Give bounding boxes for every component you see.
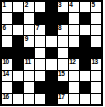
crossword-cell[interactable]	[35, 71, 45, 81]
crossword-cell[interactable]	[69, 94, 79, 104]
crossword-cell[interactable]: 6	[2, 25, 12, 35]
blocked-cell	[91, 48, 101, 58]
cell-number: 5	[91, 2, 94, 9]
crossword-cell[interactable]	[13, 71, 23, 81]
blocked-cell	[58, 13, 68, 23]
blocked-cell	[46, 48, 56, 58]
crossword-cell[interactable]	[35, 2, 45, 12]
crossword-cell[interactable]	[35, 36, 45, 46]
crossword-cell[interactable]	[2, 13, 12, 23]
crossword-cell[interactable]	[69, 71, 79, 81]
blocked-cell	[69, 48, 79, 58]
crossword-cell[interactable]	[2, 82, 12, 92]
cell-number: 4	[69, 2, 72, 9]
cell-number: 9	[25, 36, 28, 43]
crossword-cell[interactable]	[24, 71, 34, 81]
crossword-cell[interactable]: 14	[2, 71, 12, 81]
crossword-cell[interactable]	[13, 25, 23, 35]
crossword-cell[interactable]: 15	[58, 71, 68, 81]
crossword-cell[interactable]	[69, 13, 79, 23]
crossword-cell[interactable]	[35, 94, 45, 104]
crossword-cell[interactable]	[91, 25, 101, 35]
crossword-cell[interactable]	[69, 36, 79, 46]
cell-number: 13	[91, 59, 97, 66]
crossword-board-area: 1234567891011121314151617	[0, 0, 105, 107]
crossword-cell[interactable]	[35, 59, 45, 69]
crossword-cell[interactable]: 16	[2, 94, 12, 104]
crossword-cell[interactable]	[69, 82, 79, 92]
crossword-cell[interactable]	[46, 36, 56, 46]
crossword-cell[interactable]	[35, 48, 45, 58]
crossword-cell[interactable]	[80, 25, 90, 35]
crossword-cell[interactable]	[24, 94, 34, 104]
blocked-cell	[13, 36, 23, 46]
blocked-cell	[46, 25, 56, 35]
cell-number: 14	[3, 71, 9, 78]
crossword-cell[interactable]	[2, 36, 12, 46]
crossword-cell[interactable]: 2	[24, 2, 34, 12]
crossword-grid: 1234567891011121314151617	[0, 0, 103, 106]
crossword-cell[interactable]: 3	[58, 2, 68, 12]
cell-number: 1	[3, 2, 6, 9]
crossword-cell[interactable]: 11	[24, 59, 34, 69]
blocked-cell	[13, 48, 23, 58]
crossword-cell[interactable]	[58, 36, 68, 46]
blocked-cell	[46, 13, 56, 23]
blocked-cell	[35, 13, 45, 23]
crossword-cell[interactable]: 5	[91, 2, 101, 12]
crossword-cell[interactable]	[13, 94, 23, 104]
crossword-cell[interactable]	[91, 71, 101, 81]
cell-number: 11	[25, 59, 31, 66]
blocked-cell	[46, 94, 56, 104]
crossword-cell[interactable]	[58, 48, 68, 58]
crossword-cell[interactable]: 7	[35, 25, 45, 35]
cell-number: 15	[58, 71, 64, 78]
crossword-cell[interactable]	[91, 94, 101, 104]
blocked-cell	[58, 82, 68, 92]
blocked-cell	[2, 48, 12, 58]
blocked-cell	[35, 82, 45, 92]
cell-number: 17	[58, 94, 64, 101]
blocked-cell	[13, 82, 23, 92]
crossword-cell[interactable]	[46, 59, 56, 69]
blocked-cell	[80, 36, 90, 46]
cell-number: 12	[69, 59, 75, 66]
blocked-cell	[80, 48, 90, 58]
cell-number: 2	[25, 2, 28, 9]
blocked-cell	[13, 13, 23, 23]
crossword-cell[interactable]	[58, 59, 68, 69]
cell-number: 7	[36, 25, 39, 32]
crossword-cell[interactable]: 9	[24, 36, 34, 46]
blocked-cell	[46, 82, 56, 92]
crossword-cell[interactable]: 1	[2, 2, 12, 12]
crossword-cell[interactable]	[80, 94, 90, 104]
cell-number: 6	[3, 25, 6, 32]
crossword-cell[interactable]	[24, 82, 34, 92]
crossword-cell[interactable]: 4	[69, 2, 79, 12]
blocked-cell	[46, 2, 56, 12]
cell-number: 8	[58, 25, 61, 32]
crossword-cell[interactable]: 12	[69, 59, 79, 69]
crossword-cell[interactable]: 13	[91, 59, 101, 69]
blocked-cell	[24, 48, 34, 58]
blocked-cell	[80, 82, 90, 92]
crossword-cell[interactable]	[13, 2, 23, 12]
crossword-cell[interactable]	[91, 82, 101, 92]
crossword-cell[interactable]: 17	[58, 94, 68, 104]
crossword-cell[interactable]	[91, 36, 101, 46]
cell-number: 3	[58, 2, 61, 9]
blocked-cell	[13, 59, 23, 69]
crossword-cell[interactable]: 8	[58, 25, 68, 35]
blocked-cell	[46, 71, 56, 81]
crossword-cell[interactable]	[80, 71, 90, 81]
cell-number: 10	[3, 59, 9, 66]
blocked-cell	[80, 59, 90, 69]
crossword-cell[interactable]	[24, 25, 34, 35]
crossword-cell[interactable]	[91, 13, 101, 23]
cell-number: 16	[3, 94, 9, 101]
crossword-cell[interactable]	[80, 2, 90, 12]
crossword-cell[interactable]	[69, 25, 79, 35]
blocked-cell	[80, 13, 90, 23]
crossword-cell[interactable]: 10	[2, 59, 12, 69]
crossword-cell[interactable]	[24, 13, 34, 23]
